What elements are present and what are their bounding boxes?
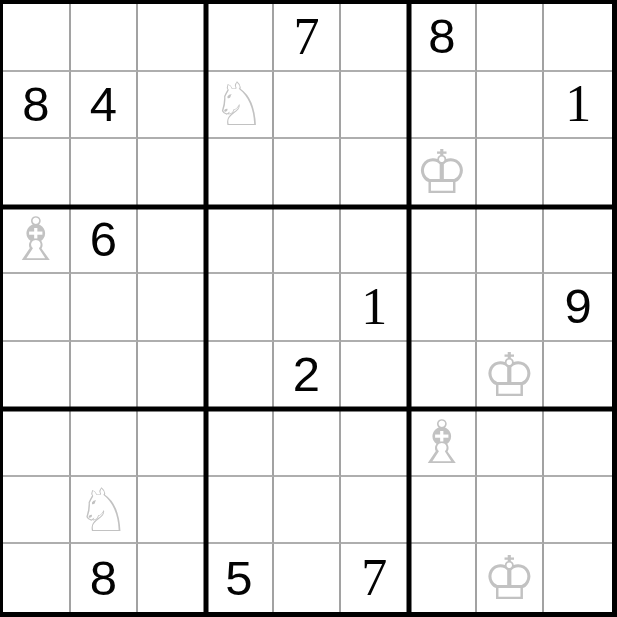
cell-r9c6[interactable]: 7 <box>341 544 409 612</box>
cell-r8c5[interactable] <box>274 477 342 545</box>
given-digit: 1 <box>361 281 387 333</box>
cell-r6c4[interactable] <box>206 342 274 410</box>
cell-r8c4[interactable] <box>206 477 274 545</box>
box-divider-horizontal-2 <box>3 407 612 412</box>
cell-r2c8[interactable] <box>477 72 545 140</box>
cell-r8c3[interactable] <box>138 477 206 545</box>
cell-r8c9[interactable] <box>544 477 612 545</box>
given-digit: 7 <box>293 11 319 63</box>
cell-r1c5[interactable]: 7 <box>274 4 342 72</box>
cell-r1c3[interactable] <box>138 4 206 72</box>
cell-r7c4[interactable] <box>206 409 274 477</box>
cell-r5c7[interactable] <box>409 274 477 342</box>
cell-r6c6[interactable] <box>341 342 409 410</box>
given-digit: 8 <box>22 80 49 129</box>
white-knight-icon: ♘ <box>212 74 266 134</box>
cell-r4c9[interactable] <box>544 207 612 275</box>
cell-r2c2[interactable]: 4 <box>71 72 139 140</box>
cell-r3c1[interactable] <box>3 139 71 207</box>
cell-r1c6[interactable] <box>341 4 409 72</box>
box-divider-vertical-1 <box>203 4 208 612</box>
cell-r6c9[interactable] <box>544 342 612 410</box>
cell-r3c5[interactable] <box>274 139 342 207</box>
white-king-icon: ♔ <box>483 548 537 608</box>
white-bishop-icon: ♗ <box>9 209 63 269</box>
cell-r5c2[interactable] <box>71 274 139 342</box>
cell-r3c3[interactable] <box>138 139 206 207</box>
box-divider-horizontal-1 <box>3 204 612 209</box>
cell-r3c9[interactable] <box>544 139 612 207</box>
cell-r7c9[interactable] <box>544 409 612 477</box>
given-digit: 9 <box>565 282 592 331</box>
cell-r6c2[interactable] <box>71 342 139 410</box>
cell-r5c6[interactable]: 1 <box>341 274 409 342</box>
given-digit: 8 <box>90 554 117 603</box>
box-divider-vertical-2 <box>407 4 412 612</box>
given-digit: 1 <box>565 78 591 130</box>
given-digit: 5 <box>225 554 252 603</box>
cell-grid: 7884♘1♔♗6192♔♗♘857♔ <box>3 4 612 612</box>
cell-r5c1[interactable] <box>3 274 71 342</box>
cell-r9c3[interactable] <box>138 544 206 612</box>
cell-r5c4[interactable] <box>206 274 274 342</box>
cell-r2c3[interactable] <box>138 72 206 140</box>
cell-r9c8[interactable]: ♔ <box>477 544 545 612</box>
cell-r6c1[interactable] <box>3 342 71 410</box>
cell-r8c1[interactable] <box>3 477 71 545</box>
cell-r2c6[interactable] <box>341 72 409 140</box>
cell-r9c9[interactable] <box>544 544 612 612</box>
white-knight-icon: ♘ <box>77 480 131 540</box>
cell-r8c2[interactable]: ♘ <box>71 477 139 545</box>
given-digit: 8 <box>428 12 455 61</box>
cell-r3c8[interactable] <box>477 139 545 207</box>
given-digit: 6 <box>90 215 117 264</box>
cell-r4c2[interactable]: 6 <box>71 207 139 275</box>
cell-r2c7[interactable] <box>409 72 477 140</box>
white-bishop-icon: ♗ <box>415 412 469 472</box>
cell-r8c7[interactable] <box>409 477 477 545</box>
cell-r2c5[interactable] <box>274 72 342 140</box>
cell-r8c8[interactable] <box>477 477 545 545</box>
cell-r5c8[interactable] <box>477 274 545 342</box>
cell-r9c5[interactable] <box>274 544 342 612</box>
given-digit: 4 <box>90 80 117 129</box>
given-digit: 2 <box>293 350 320 399</box>
cell-r4c5[interactable] <box>274 207 342 275</box>
cell-r6c5[interactable]: 2 <box>274 342 342 410</box>
sudoku-board: 7884♘1♔♗6192♔♗♘857♔ <box>0 0 617 617</box>
cell-r7c7[interactable]: ♗ <box>409 409 477 477</box>
cell-r2c4[interactable]: ♘ <box>206 72 274 140</box>
cell-r7c5[interactable] <box>274 409 342 477</box>
cell-r9c7[interactable] <box>409 544 477 612</box>
white-king-icon: ♔ <box>415 142 469 202</box>
cell-r4c6[interactable] <box>341 207 409 275</box>
cell-r6c7[interactable] <box>409 342 477 410</box>
cell-r5c3[interactable] <box>138 274 206 342</box>
cell-r9c4[interactable]: 5 <box>206 544 274 612</box>
cell-r2c1[interactable]: 8 <box>3 72 71 140</box>
cell-r9c1[interactable] <box>3 544 71 612</box>
cell-r4c7[interactable] <box>409 207 477 275</box>
cell-r2c9[interactable]: 1 <box>544 72 612 140</box>
cell-r1c2[interactable] <box>71 4 139 72</box>
cell-r6c8[interactable]: ♔ <box>477 342 545 410</box>
cell-r1c8[interactable] <box>477 4 545 72</box>
given-digit: 7 <box>361 552 387 604</box>
cell-r8c6[interactable] <box>341 477 409 545</box>
cell-r7c1[interactable] <box>3 409 71 477</box>
cell-r4c8[interactable] <box>477 207 545 275</box>
cell-r4c3[interactable] <box>138 207 206 275</box>
cell-r7c3[interactable] <box>138 409 206 477</box>
cell-r1c9[interactable] <box>544 4 612 72</box>
cell-r4c1[interactable]: ♗ <box>3 207 71 275</box>
cell-r3c4[interactable] <box>206 139 274 207</box>
cell-r7c2[interactable] <box>71 409 139 477</box>
white-king-icon: ♔ <box>483 345 537 405</box>
cell-r7c6[interactable] <box>341 409 409 477</box>
cell-r1c7[interactable]: 8 <box>409 4 477 72</box>
cell-r5c5[interactable] <box>274 274 342 342</box>
cell-r7c8[interactable] <box>477 409 545 477</box>
cell-r3c2[interactable] <box>71 139 139 207</box>
cell-r9c2[interactable]: 8 <box>71 544 139 612</box>
cell-r1c1[interactable] <box>3 4 71 72</box>
cell-r6c3[interactable] <box>138 342 206 410</box>
cell-r5c9[interactable]: 9 <box>544 274 612 342</box>
cell-r1c4[interactable] <box>206 4 274 72</box>
cell-r3c6[interactable] <box>341 139 409 207</box>
cell-r3c7[interactable]: ♔ <box>409 139 477 207</box>
cell-r4c4[interactable] <box>206 207 274 275</box>
